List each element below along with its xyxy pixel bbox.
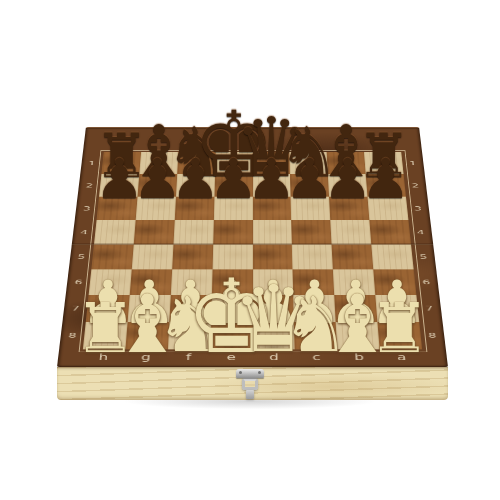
- board-fold-seam: [72, 244, 433, 245]
- square-d4[interactable]: [253, 220, 293, 244]
- square-c4[interactable]: [291, 220, 331, 244]
- square-e4[interactable]: [213, 220, 253, 244]
- square-g5[interactable]: [132, 244, 174, 269]
- square-h5[interactable]: [91, 244, 133, 269]
- product-photo-stage: 12345678 12345678 hgfedcba ♜♝♞♚♛♞♝♜♟♟♟♟♟…: [0, 0, 500, 500]
- rank-label: 5: [411, 244, 436, 269]
- rank-label: 5: [69, 244, 94, 269]
- square-b4[interactable]: [330, 220, 371, 244]
- clasp-loop: [242, 378, 258, 390]
- clasp-plate: [236, 369, 264, 378]
- square-f4[interactable]: [173, 220, 213, 244]
- metal-clasp: [236, 369, 264, 399]
- square-b5[interactable]: [332, 244, 374, 269]
- piece-dark-pawn-a2[interactable]: ♟: [361, 152, 410, 207]
- square-a5[interactable]: [371, 244, 413, 269]
- clasp-tab: [246, 390, 254, 399]
- piece-light-rook-a8[interactable]: ♜: [369, 294, 430, 363]
- square-h4[interactable]: [94, 220, 136, 244]
- square-a4[interactable]: [369, 220, 411, 244]
- rank-label: 4: [72, 220, 97, 244]
- rank-label: 4: [408, 220, 433, 244]
- square-g4[interactable]: [134, 220, 175, 244]
